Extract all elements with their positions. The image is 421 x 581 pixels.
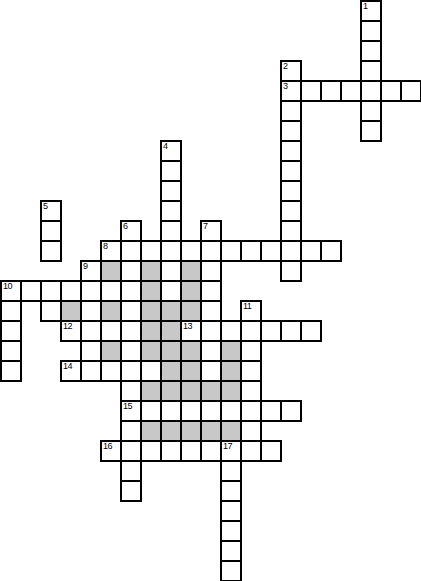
letter-cell[interactable]: [280, 100, 302, 122]
letter-cell[interactable]: [200, 280, 222, 302]
letter-cell[interactable]: [280, 220, 302, 242]
letter-cell[interactable]: [0, 320, 22, 342]
letter-cell[interactable]: [280, 200, 302, 222]
letter-cell[interactable]: 1: [360, 0, 382, 22]
letter-cell[interactable]: [20, 280, 42, 302]
blocked-cell: [180, 340, 202, 362]
letter-cell[interactable]: [220, 400, 242, 422]
letter-cell[interactable]: [0, 340, 22, 362]
blocked-cell: [160, 380, 182, 402]
letter-cell[interactable]: 10: [0, 280, 22, 302]
letter-cell[interactable]: [280, 140, 302, 162]
letter-cell[interactable]: [280, 320, 302, 342]
letter-cell[interactable]: [160, 240, 182, 262]
blocked-cell: [100, 340, 122, 362]
letter-cell[interactable]: [260, 400, 282, 422]
letter-cell[interactable]: [400, 80, 421, 102]
letter-cell[interactable]: [220, 520, 242, 542]
letter-cell[interactable]: [120, 460, 142, 482]
letter-cell[interactable]: [300, 80, 322, 102]
letter-cell[interactable]: [300, 320, 322, 342]
blocked-cell: [100, 260, 122, 282]
clue-number: 16: [103, 442, 112, 451]
letter-cell[interactable]: 12: [60, 320, 82, 342]
clue-number: 14: [63, 362, 72, 371]
blocked-cell: [180, 300, 202, 322]
letter-cell[interactable]: 17: [220, 440, 242, 462]
letter-cell[interactable]: [280, 260, 302, 282]
clue-number: 11: [243, 302, 251, 311]
blocked-cell: [180, 260, 202, 282]
letter-cell[interactable]: 6: [120, 220, 142, 242]
letter-cell[interactable]: 3: [280, 80, 302, 102]
letter-cell[interactable]: [320, 80, 342, 102]
letter-cell[interactable]: [240, 240, 262, 262]
blocked-cell: [60, 300, 82, 322]
letter-cell[interactable]: [160, 160, 182, 182]
clue-number: 2: [283, 62, 288, 71]
letter-cell[interactable]: [260, 320, 282, 342]
letter-cell[interactable]: [120, 260, 142, 282]
blocked-cell: [160, 420, 182, 442]
letter-cell[interactable]: [220, 460, 242, 482]
letter-cell[interactable]: [280, 120, 302, 142]
letter-cell[interactable]: [260, 240, 282, 262]
blocked-cell: [140, 300, 162, 322]
letter-cell[interactable]: [80, 340, 102, 362]
letter-cell[interactable]: 5: [40, 200, 62, 222]
blocked-cell: [160, 360, 182, 382]
clue-number: 4: [163, 142, 168, 151]
letter-cell[interactable]: [360, 100, 382, 122]
letter-cell[interactable]: [220, 480, 242, 502]
letter-cell[interactable]: [320, 240, 342, 262]
letter-cell[interactable]: 13: [180, 320, 202, 342]
letter-cell[interactable]: [140, 440, 162, 462]
letter-cell[interactable]: [100, 280, 122, 302]
clue-number: 13: [183, 322, 192, 331]
clue-number: 1: [363, 2, 368, 11]
letter-cell[interactable]: [120, 440, 142, 462]
blocked-cell: [180, 280, 202, 302]
letter-cell[interactable]: [360, 120, 382, 142]
letter-cell[interactable]: [200, 260, 222, 282]
letter-cell[interactable]: [160, 400, 182, 422]
letter-cell[interactable]: [200, 340, 222, 362]
letter-cell[interactable]: [240, 360, 262, 382]
letter-cell[interactable]: [220, 320, 242, 342]
letter-cell[interactable]: [360, 60, 382, 82]
letter-cell[interactable]: [160, 200, 182, 222]
blocked-cell: [200, 420, 222, 442]
blocked-cell: [100, 300, 122, 322]
blocked-cell: [220, 380, 242, 402]
letter-cell[interactable]: [140, 360, 162, 382]
letter-cell[interactable]: [80, 320, 102, 342]
letter-cell[interactable]: [160, 260, 182, 282]
blocked-cell: [140, 420, 162, 442]
letter-cell[interactable]: [120, 300, 142, 322]
letter-cell[interactable]: [260, 440, 282, 462]
letter-cell[interactable]: [160, 280, 182, 302]
blocked-cell: [160, 340, 182, 362]
letter-cell[interactable]: [120, 360, 142, 382]
letter-cell[interactable]: [160, 440, 182, 462]
letter-cell[interactable]: [200, 300, 222, 322]
letter-cell[interactable]: [200, 360, 222, 382]
blocked-cell: [140, 280, 162, 302]
clue-number: 7: [203, 222, 208, 231]
letter-cell[interactable]: [120, 380, 142, 402]
letter-cell[interactable]: 4: [160, 140, 182, 162]
blocked-cell: [180, 360, 202, 382]
blocked-cell: [220, 360, 242, 382]
letter-cell[interactable]: [200, 320, 222, 342]
letter-cell[interactable]: [280, 240, 302, 262]
clue-number: 5: [43, 202, 48, 211]
letter-cell[interactable]: [280, 160, 302, 182]
letter-cell[interactable]: 11: [240, 300, 262, 322]
letter-cell[interactable]: [120, 240, 142, 262]
clue-number: 17: [223, 442, 232, 451]
letter-cell[interactable]: [160, 220, 182, 242]
letter-cell[interactable]: [80, 360, 102, 382]
letter-cell[interactable]: [220, 560, 242, 581]
letter-cell[interactable]: [100, 360, 122, 382]
letter-cell[interactable]: [120, 320, 142, 342]
letter-cell[interactable]: [120, 340, 142, 362]
letter-cell[interactable]: [60, 280, 82, 302]
letter-cell[interactable]: [220, 540, 242, 562]
letter-cell[interactable]: 2: [280, 60, 302, 82]
letter-cell[interactable]: [120, 420, 142, 442]
letter-cell[interactable]: [100, 320, 122, 342]
letter-cell[interactable]: [220, 500, 242, 522]
letter-cell[interactable]: [160, 180, 182, 202]
blocked-cell: [140, 380, 162, 402]
letter-cell[interactable]: [360, 40, 382, 62]
clue-number: 10: [3, 282, 12, 291]
blocked-cell: [140, 320, 162, 342]
letter-cell[interactable]: 9: [80, 260, 102, 282]
blocked-cell: [220, 340, 242, 362]
letter-cell[interactable]: 8: [100, 240, 122, 262]
letter-cell[interactable]: [340, 80, 362, 102]
letter-cell[interactable]: 16: [100, 440, 122, 462]
letter-cell[interactable]: [40, 280, 62, 302]
blocked-cell: [180, 420, 202, 442]
letter-cell[interactable]: [360, 20, 382, 42]
letter-cell[interactable]: [380, 80, 402, 102]
letter-cell[interactable]: [80, 300, 102, 322]
letter-cell[interactable]: [40, 300, 62, 322]
clue-number: 12: [63, 322, 72, 331]
clue-number: 15: [123, 402, 132, 411]
blocked-cell: [180, 380, 202, 402]
letter-cell[interactable]: [180, 440, 202, 462]
letter-cell[interactable]: [200, 440, 222, 462]
crossword-board: 1234567891011121314151617: [0, 0, 421, 581]
letter-cell[interactable]: 7: [200, 220, 222, 242]
letter-cell[interactable]: [140, 400, 162, 422]
letter-cell[interactable]: [40, 220, 62, 242]
letter-cell[interactable]: [280, 400, 302, 422]
clue-number: 8: [103, 242, 108, 251]
letter-cell[interactable]: [120, 480, 142, 502]
letter-cell[interactable]: [300, 240, 322, 262]
letter-cell[interactable]: [240, 340, 262, 362]
letter-cell[interactable]: 15: [120, 400, 142, 422]
letter-cell[interactable]: [0, 360, 22, 382]
blocked-cell: [160, 300, 182, 322]
letter-cell[interactable]: [240, 420, 262, 442]
clue-number: 3: [283, 82, 288, 91]
blocked-cell: [160, 320, 182, 342]
letter-cell[interactable]: [240, 380, 262, 402]
letter-cell[interactable]: [180, 400, 202, 422]
blocked-cell: [200, 380, 222, 402]
letter-cell[interactable]: [200, 400, 222, 422]
letter-cell[interactable]: [0, 300, 22, 322]
letter-cell[interactable]: [220, 240, 242, 262]
letter-cell[interactable]: [180, 240, 202, 262]
letter-cell[interactable]: [120, 280, 142, 302]
clue-number: 9: [83, 262, 88, 271]
letter-cell[interactable]: [40, 240, 62, 262]
letter-cell[interactable]: [240, 320, 262, 342]
letter-cell[interactable]: [80, 280, 102, 302]
letter-cell[interactable]: [280, 180, 302, 202]
letter-cell[interactable]: 14: [60, 360, 82, 382]
blocked-cell: [140, 260, 162, 282]
letter-cell[interactable]: [240, 400, 262, 422]
letter-cell[interactable]: [240, 440, 262, 462]
blocked-cell: [140, 340, 162, 362]
clue-number: 6: [123, 222, 128, 231]
letter-cell[interactable]: [200, 240, 222, 262]
blocked-cell: [220, 420, 242, 442]
letter-cell[interactable]: [140, 240, 162, 262]
letter-cell[interactable]: [360, 80, 382, 102]
